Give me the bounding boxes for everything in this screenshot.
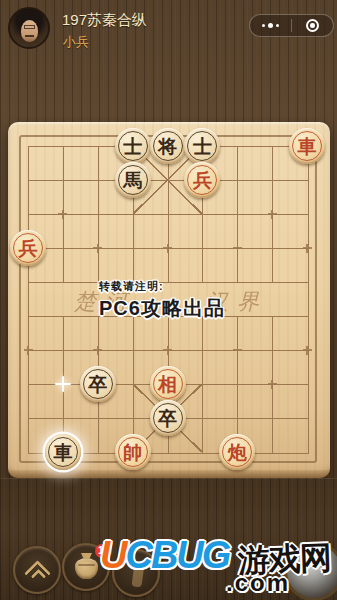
board-cell [273, 419, 308, 453]
piece-glyph: 士 [193, 137, 212, 156]
piece-glyph: 兵 [19, 239, 38, 258]
board-cell [273, 249, 308, 283]
board-cell [238, 317, 273, 351]
board-cell [169, 317, 204, 351]
player-avatar [8, 7, 50, 49]
point-mark [268, 210, 277, 219]
piece-glyph: 卒 [88, 375, 107, 394]
exit-button[interactable] [292, 15, 333, 36]
piece-glyph: 相 [158, 375, 177, 394]
piece-black-車[interactable]: 車 [45, 434, 81, 470]
board-cell [99, 249, 134, 283]
point-mark [58, 210, 67, 219]
point-mark [303, 244, 312, 253]
piece-black-卒[interactable]: 卒 [150, 400, 186, 436]
board-cell [99, 317, 134, 351]
piece-red-炮[interactable]: 炮 [219, 434, 255, 470]
site-logo-watermark: UCBUG [100, 534, 229, 577]
watermark-brand-line: PC6攻略出品 [99, 295, 225, 322]
collapse-menu-button[interactable] [13, 546, 61, 594]
center-watermark: 转载请注明: PC6攻略出品 [99, 279, 225, 322]
logo-first-letter: U [100, 534, 125, 576]
board-cell [238, 147, 273, 181]
board-cell [238, 215, 273, 249]
point-mark [93, 244, 102, 253]
watermark-note-line: 转载请注明: [99, 279, 225, 294]
piece-black-将[interactable]: 将 [150, 128, 186, 164]
board-cell [29, 147, 64, 181]
site-logo-domain: .com [226, 569, 290, 597]
board-cell [203, 385, 238, 419]
board-cell [238, 249, 273, 283]
board-cell [273, 283, 308, 317]
piece-glyph: 帥 [123, 443, 142, 462]
piece-glyph: 車 [53, 443, 72, 462]
point-mark [268, 380, 277, 389]
board-cell [64, 147, 99, 181]
piece-glyph: 馬 [123, 171, 142, 190]
piece-red-帥[interactable]: 帥 [115, 434, 151, 470]
miniprogram-capsule [249, 14, 334, 37]
point-mark [24, 346, 33, 355]
piece-red-相[interactable]: 相 [150, 366, 186, 402]
piece-red-車[interactable]: 車 [289, 128, 325, 164]
piece-black-馬[interactable]: 馬 [115, 162, 151, 198]
board-cell [29, 317, 64, 351]
board-cell [134, 249, 169, 283]
board-cell [203, 351, 238, 385]
piece-black-卒[interactable]: 卒 [80, 366, 116, 402]
board-cell [169, 249, 204, 283]
logo-rest-letters: CBUG [125, 534, 229, 576]
more-dots-icon [262, 23, 279, 28]
board-cell [273, 385, 308, 419]
app-screen: 197苏秦合纵 小兵 楚河 汉界 转载请注明: PC6攻略出品 士将士車馬兵兵卒… [0, 0, 337, 600]
sparkle-effect [55, 376, 71, 392]
piece-red-兵[interactable]: 兵 [10, 230, 46, 266]
piece-glyph: 車 [298, 137, 317, 156]
board-cell [99, 215, 134, 249]
piece-glyph: 卒 [158, 409, 177, 428]
level-title: 197苏秦合纵 [62, 11, 147, 30]
board-cell [64, 249, 99, 283]
board-cell [29, 283, 64, 317]
piece-glyph: 炮 [228, 443, 247, 462]
piece-glyph: 将 [158, 137, 177, 156]
board-cell [64, 181, 99, 215]
board-cell [273, 351, 308, 385]
board-cell [238, 385, 273, 419]
money-pouch-icon [75, 558, 98, 579]
exit-target-icon [306, 19, 319, 32]
piece-glyph: 士 [123, 137, 142, 156]
point-mark [163, 346, 172, 355]
piece-black-士[interactable]: 士 [115, 128, 151, 164]
point-mark [233, 244, 242, 253]
point-mark [233, 346, 242, 355]
point-mark [93, 346, 102, 355]
board-cell [169, 215, 204, 249]
piece-glyph: 兵 [193, 171, 212, 190]
level-rank-label: 小兵 [63, 33, 89, 51]
point-mark [163, 244, 172, 253]
more-button[interactable] [250, 15, 291, 36]
point-mark [303, 346, 312, 355]
board-cell [273, 181, 308, 215]
board-cell [203, 249, 238, 283]
